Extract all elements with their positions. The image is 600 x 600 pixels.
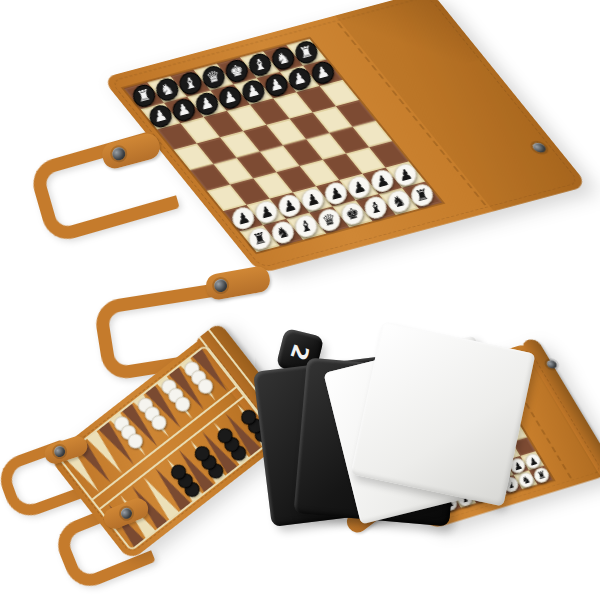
piece-glyph: ♟ xyxy=(198,95,215,113)
piece-glyph: ♟ xyxy=(314,64,331,82)
piece-glyph: ♜ xyxy=(298,43,315,61)
piece-glyph: ♟ xyxy=(304,191,321,209)
piece-glyph: ♟ xyxy=(268,76,285,94)
piece-glyph: ♜ xyxy=(251,230,268,248)
piece-glyph: ♟ xyxy=(222,89,239,107)
piece-glyph: ♚ xyxy=(228,62,245,80)
piece-glyph: ♜ xyxy=(535,469,547,481)
piece-glyph: ♝ xyxy=(252,56,269,74)
piece-glyph: ♞ xyxy=(275,223,292,241)
piece-glyph: ♝ xyxy=(182,74,199,92)
piece-glyph: ♝ xyxy=(298,217,315,235)
snap-button-icon xyxy=(119,506,133,520)
piece-glyph: ♟ xyxy=(527,455,539,467)
piece-glyph: ♟ xyxy=(281,197,298,215)
piece-glyph: ♚ xyxy=(344,205,361,223)
snap-button-icon xyxy=(53,445,67,459)
piece-glyph: ♞ xyxy=(159,81,176,99)
piece-glyph: ♟ xyxy=(351,178,368,196)
snap-button-icon xyxy=(111,146,127,162)
piece-glyph: ♟ xyxy=(235,209,252,227)
piece-glyph: ♟ xyxy=(374,172,391,190)
snap-button-icon xyxy=(213,278,228,293)
piece-glyph: ♜ xyxy=(136,87,153,105)
piece-glyph: ♛ xyxy=(205,68,222,86)
piece-glyph: ♟ xyxy=(175,101,192,119)
piece-glyph: ♟ xyxy=(291,70,308,88)
white-die xyxy=(350,321,535,506)
piece-glyph: ♛ xyxy=(321,211,338,229)
product-photo-roll-up-game-set: ♜♞♝♛♚♝♞♜♟♟♟♟♟♟♟♟♟♟♟♟♟♟♟♟♜♞♝♛♚♝♞♜ ♜♞♝♛♚♝♞… xyxy=(0,0,600,600)
piece-glyph: ♞ xyxy=(520,474,532,486)
snap-button-icon xyxy=(545,359,558,370)
piece-glyph: ♝ xyxy=(367,199,384,217)
piece-glyph: ♟ xyxy=(258,203,275,221)
large-chess-mat: ♜♞♝♛♚♝♞♜♟♟♟♟♟♟♟♟♟♟♟♟♟♟♟♟♜♞♝♛♚♝♞♜ xyxy=(102,0,589,274)
piece-glyph: ♟ xyxy=(245,82,262,100)
snap-tab xyxy=(204,265,272,302)
piece-glyph: ♞ xyxy=(275,50,292,68)
piece-glyph: ♟ xyxy=(511,459,523,471)
piece-glyph: ♟ xyxy=(397,166,414,184)
piece-glyph: ♟ xyxy=(328,184,345,202)
piece-glyph: ♜ xyxy=(414,186,431,204)
piece-glyph: ♞ xyxy=(390,192,407,210)
piece-glyph: ♟ xyxy=(152,107,169,125)
